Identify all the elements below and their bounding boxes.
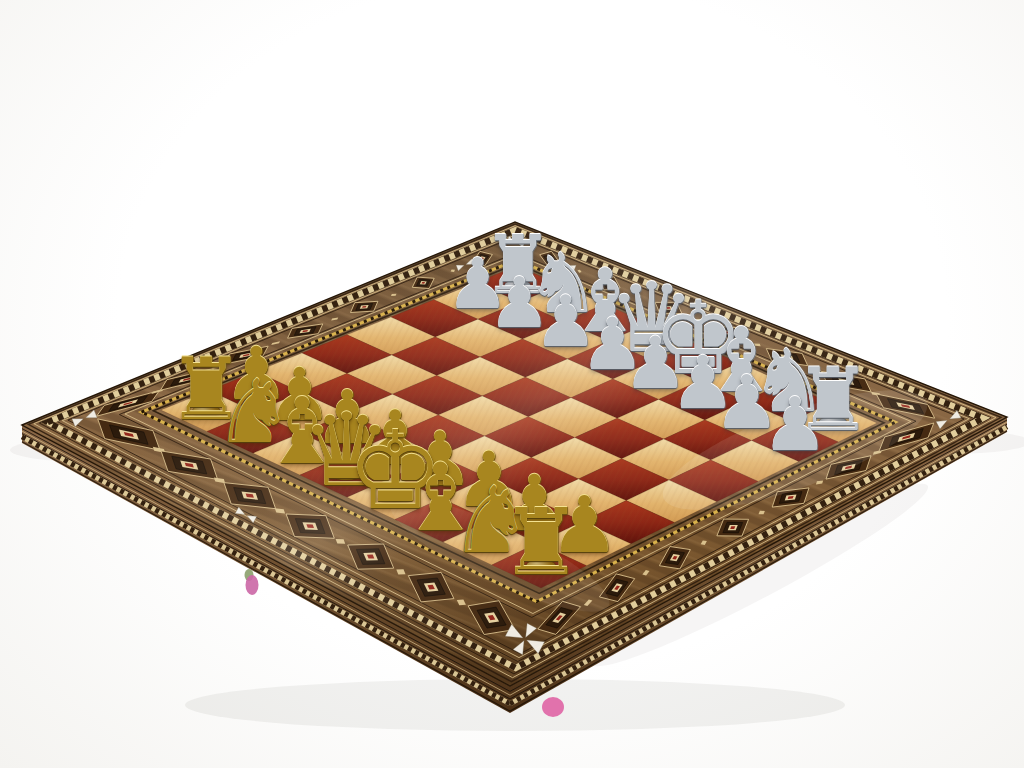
piece-black-pawn-h7[interactable]: ♟ bbox=[762, 387, 828, 461]
chessboard-product-photo: ♜♟♞♟♝♟♛♟♚♟♝♟♟♞♜♟♟♜♞♟♟♝♟♛♟♚♟♝♟♞♟♜ bbox=[0, 0, 1024, 768]
piece-white-rook-h1[interactable]: ♜ bbox=[500, 497, 582, 589]
pieces-layer: ♜♟♞♟♝♟♛♟♚♟♝♟♟♞♜♟♟♜♞♟♟♝♟♛♟♚♟♝♟♞♟♜ bbox=[0, 0, 1024, 768]
